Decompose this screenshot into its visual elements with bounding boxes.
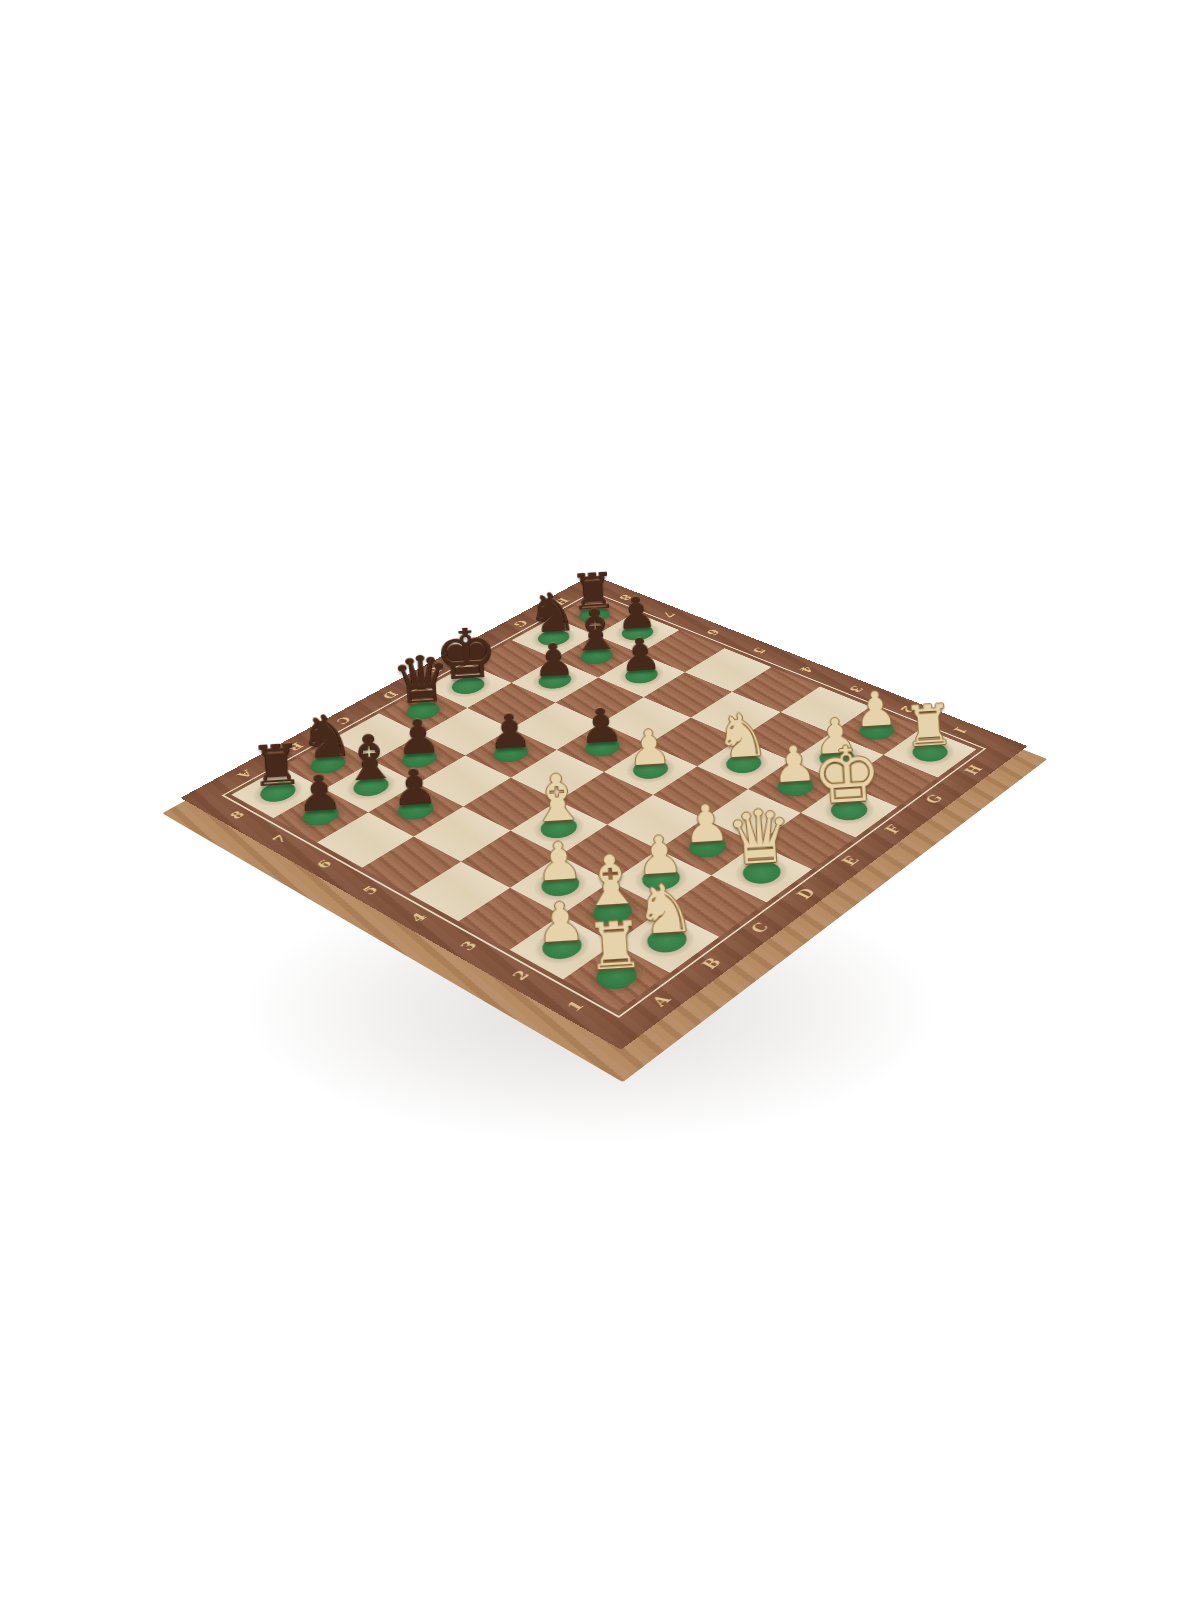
product-photo-page: { "game": "chess", "scene": { "descripti… — [0, 0, 1200, 1600]
black-pawn-icon: ♟ — [391, 763, 438, 811]
white-queen-icon: ♛ — [725, 803, 795, 874]
white-rook-icon: ♜ — [902, 699, 955, 753]
piece-upright: ♟ — [281, 716, 354, 818]
white-rook-h1[interactable]: ♜ — [883, 728, 976, 778]
piece-upright: ♜ — [891, 654, 963, 754]
white-rook-icon: ♜ — [584, 915, 645, 978]
piece-upright: ♜ — [572, 864, 655, 979]
white-pawn-icon: ♟ — [626, 724, 672, 771]
white-king-icon: ♚ — [810, 737, 883, 812]
piece-upright: ♚ — [809, 708, 884, 812]
piece-upright: ♟ — [376, 710, 449, 812]
black-pawn-icon: ♟ — [296, 769, 343, 817]
white-king-f1[interactable]: ♚ — [801, 783, 898, 837]
piece-upright: ♛ — [720, 767, 798, 875]
white-queen-d1[interactable]: ♛ — [711, 844, 812, 903]
black-pawn-b6[interactable]: ♟ — [368, 783, 463, 836]
